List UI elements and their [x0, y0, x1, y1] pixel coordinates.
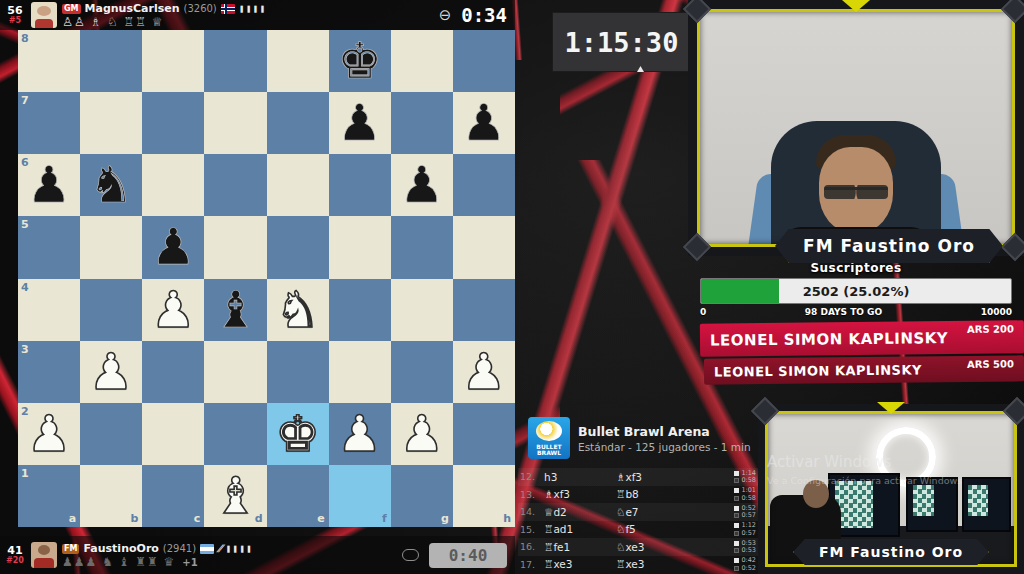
- white-square-icon: [734, 506, 739, 511]
- square-d1[interactable]: d♝: [204, 465, 266, 527]
- player-bar-top: 56 #5 GM MagnusCarlsen (3260) ❚❚❚❚ ♙♙ ♗ …: [0, 0, 515, 30]
- player-name[interactable]: FaustinoOro: [83, 542, 158, 555]
- piece-black-king[interactable]: ♚: [329, 30, 391, 92]
- subscriber-goal-max: 10000: [981, 307, 1012, 317]
- move-time-w: 1:12: [734, 522, 756, 529]
- square-e5[interactable]: [267, 216, 329, 278]
- captured-pieces: ♟♟♟ ♞ ♝ ♜♜ ♛: [62, 556, 175, 568]
- donation-amount: ARS 200: [967, 323, 1014, 334]
- move-number: 17.: [520, 559, 544, 570]
- move-number: 14.: [520, 506, 544, 517]
- logo-text: BULLET BRAWL: [528, 444, 570, 457]
- subscriber-goal-title: Suscriptores: [700, 261, 1012, 275]
- square-a2[interactable]: 2♟: [18, 403, 80, 465]
- black-square-icon: [734, 478, 739, 483]
- square-h2[interactable]: [453, 403, 515, 465]
- square-e3[interactable]: [267, 341, 329, 403]
- square-e6[interactable]: [267, 154, 329, 216]
- glasses: [824, 185, 888, 199]
- square-b2[interactable]: [80, 403, 142, 465]
- square-c2[interactable]: [142, 403, 204, 465]
- nameplate-text: FM Faustino Oro: [819, 544, 963, 560]
- donor-name: LEONEL SIMON KAPLINSKY: [710, 329, 948, 349]
- square-h8[interactable]: [453, 30, 515, 92]
- piece-black-pawn[interactable]: ♟: [18, 154, 80, 216]
- black-move: ♘f5: [616, 523, 688, 535]
- monitor: [906, 477, 958, 532]
- move-row[interactable]: 16.♖fe1♘xe30:530:53: [518, 538, 758, 556]
- piece-white-pawn[interactable]: ♟: [329, 403, 391, 465]
- square-d6[interactable]: [204, 154, 266, 216]
- square-d2[interactable]: [204, 403, 266, 465]
- nameplate-secondary: FM Faustino Oro: [793, 539, 989, 565]
- black-move: ♖xe3: [616, 558, 688, 570]
- file-label: a: [69, 513, 76, 524]
- piece-white-bishop[interactable]: ♝: [204, 465, 266, 527]
- arena-score-top: 56 #5: [4, 5, 26, 25]
- square-f5[interactable]: [329, 216, 391, 278]
- square-f7[interactable]: ♟: [329, 92, 391, 154]
- move-number: 16.: [520, 541, 544, 552]
- move-times: 0:520:57: [734, 505, 756, 519]
- square-b6[interactable]: ♞: [80, 154, 142, 216]
- square-h3[interactable]: ♟: [453, 341, 515, 403]
- nameplate-text: FM Faustino Oro: [803, 236, 975, 256]
- stream-timer: 1:15:30: [553, 13, 690, 71]
- move-row[interactable]: 15.♖ad1♘f51:120:57: [518, 521, 758, 539]
- clock-bottom: 0:40: [429, 543, 507, 568]
- square-c6[interactable]: [142, 154, 204, 216]
- white-square-icon: [734, 558, 739, 563]
- norway-flag-icon: [221, 4, 235, 14]
- monitor-chessboard: [968, 485, 988, 516]
- argentina-flag-icon: [200, 544, 214, 554]
- nameplate-main: FM Faustino Oro: [775, 229, 1003, 263]
- player-bar-bottom: 41 #20 FM FaustinoOro (2941) ⁄⁄ ❚❚❚❚ ♟♟♟…: [0, 536, 515, 574]
- file-label: b: [130, 513, 138, 524]
- rank-label: 7: [21, 95, 29, 106]
- white-square-icon: [734, 488, 739, 493]
- square-g3[interactable]: [391, 341, 453, 403]
- piece-white-pawn[interactable]: ♟: [391, 403, 453, 465]
- square-d5[interactable]: [204, 216, 266, 278]
- square-f8[interactable]: ♚: [329, 30, 391, 92]
- monitor-chessboard: [913, 485, 934, 516]
- square-a6[interactable]: 6♟: [18, 154, 80, 216]
- move-time-b: 0:58: [734, 477, 756, 484]
- black-move: ♗xf3: [616, 471, 688, 483]
- square-f1[interactable]: f: [329, 465, 391, 527]
- square-a3[interactable]: 3: [18, 341, 80, 403]
- title-badge: GM: [62, 4, 81, 14]
- cam-frame-triangle-icon: [877, 402, 905, 414]
- score-rank: #20: [4, 557, 26, 565]
- square-h7[interactable]: ♟: [453, 92, 515, 154]
- square-f2[interactable]: ♟: [329, 403, 391, 465]
- subscriber-goal-min: 0: [700, 307, 706, 317]
- white-square-icon: [734, 471, 739, 476]
- player-name[interactable]: MagnusCarlsen: [85, 2, 180, 15]
- square-c5[interactable]: ♟: [142, 216, 204, 278]
- webcam-main-video: [697, 9, 1015, 247]
- square-e7[interactable]: [267, 92, 329, 154]
- move-time-b: 0:58: [734, 495, 756, 502]
- square-h1[interactable]: h: [453, 465, 515, 527]
- avatar[interactable]: [31, 2, 57, 28]
- square-g6[interactable]: ♟: [391, 154, 453, 216]
- square-e2[interactable]: ♚: [267, 403, 329, 465]
- tournament-subtitle: Estándar - 125 jugadores - 1 min: [578, 441, 751, 453]
- piece-white-pawn[interactable]: ♟: [453, 341, 515, 403]
- white-move: ♗xf3: [544, 488, 616, 500]
- black-move: ♘e7: [616, 506, 688, 518]
- square-d7[interactable]: [204, 92, 266, 154]
- black-square-icon: [734, 566, 739, 571]
- square-c7[interactable]: [142, 92, 204, 154]
- donor-name: LEONEL SIMON KAPLINSKY: [714, 362, 922, 379]
- black-square-icon: [734, 548, 739, 553]
- donation-banner-1: LEONEL SIMON KAPLINSKY ARS 200: [700, 320, 1024, 356]
- white-move: h3: [544, 471, 616, 483]
- piece-white-knight[interactable]: ♞: [267, 279, 329, 341]
- move-row[interactable]: 14.♕d2♘e70:520:57: [518, 503, 758, 521]
- tournament-title[interactable]: Bullet Brawl Arena: [578, 424, 751, 439]
- black-square-icon: [734, 513, 739, 518]
- square-g5[interactable]: [391, 216, 453, 278]
- title-badge: FM: [62, 544, 79, 554]
- streak-bars-icon: ❚❚❚❚: [239, 5, 266, 13]
- monitor-chessboard: [835, 481, 872, 527]
- arena-score-bottom: 41 #20: [4, 545, 26, 565]
- material-advantage: +1: [182, 557, 197, 568]
- square-b5[interactable]: [80, 216, 142, 278]
- subscriber-progress-value: 2502 (25.02%): [701, 279, 1011, 303]
- player-head: [803, 480, 829, 508]
- black-move: ♘xe3: [616, 541, 688, 553]
- move-times: 1:140:58: [734, 470, 756, 484]
- square-d4[interactable]: ♝: [204, 279, 266, 341]
- move-time-b: 0:52: [734, 565, 756, 572]
- donation-banner-2: LEONEL SIMON KAPLINSKY ARS 500: [704, 355, 1024, 384]
- move-times: 0:420:52: [734, 557, 756, 571]
- player-rating: (2941): [163, 543, 196, 554]
- webcam-main: [688, 0, 1024, 256]
- subscriber-goal-days: 98 DAYS TO GO: [805, 307, 882, 317]
- move-times: 1:010:58: [734, 487, 756, 501]
- white-move: ♕d2: [544, 506, 616, 518]
- file-label: f: [382, 513, 387, 524]
- white-move: ♖fe1: [544, 541, 616, 553]
- square-g8[interactable]: [391, 30, 453, 92]
- move-time-b: 0:53: [734, 547, 756, 554]
- square-b4[interactable]: [80, 279, 142, 341]
- file-label: h: [503, 513, 511, 524]
- piece-black-pawn[interactable]: ♟: [391, 154, 453, 216]
- square-e8[interactable]: [267, 30, 329, 92]
- rank-label: 5: [21, 219, 29, 230]
- square-e1[interactable]: e: [267, 465, 329, 527]
- score-value: 56: [4, 5, 26, 16]
- tournament-header: BULLET BRAWL Bullet Brawl Arena Estándar…: [528, 412, 763, 464]
- file-label: e: [317, 513, 324, 524]
- piece-black-pawn[interactable]: ♟: [453, 92, 515, 154]
- square-c8[interactable]: [142, 30, 204, 92]
- square-c3[interactable]: [142, 341, 204, 403]
- slashes-icon: ⁄⁄: [218, 543, 221, 554]
- piece-black-pawn[interactable]: ♟: [329, 92, 391, 154]
- move-time-w: 0:42: [734, 557, 756, 564]
- rank-label: 8: [21, 33, 29, 44]
- white-move: ♖xe3: [544, 558, 616, 570]
- square-f3[interactable]: [329, 341, 391, 403]
- piece-white-pawn[interactable]: ♟: [142, 279, 204, 341]
- square-g7[interactable]: [391, 92, 453, 154]
- move-time-b: 0:57: [734, 530, 756, 537]
- square-c1[interactable]: c: [142, 465, 204, 527]
- move-times: 1:120:57: [734, 522, 756, 536]
- move-time-w: 1:01: [734, 487, 756, 494]
- square-b8[interactable]: [80, 30, 142, 92]
- piece-black-knight[interactable]: ♞: [80, 154, 142, 216]
- piece-black-bishop[interactable]: ♝: [204, 279, 266, 341]
- rank-label: 1: [21, 468, 29, 479]
- move-time-b: 0:57: [734, 512, 756, 519]
- captured-pieces: ♙♙ ♗ ♘ ♖♖ ♕: [62, 16, 164, 28]
- score-rank: #5: [4, 17, 26, 25]
- piece-white-pawn[interactable]: ♟: [18, 403, 80, 465]
- chess-board[interactable]: 8♚7♟♟6♟♞♟5♟4♟♝♞3♟♟2♟♚♟♟1abcd♝efgh: [18, 30, 515, 527]
- square-g1[interactable]: g: [391, 465, 453, 527]
- square-f4[interactable]: [329, 279, 391, 341]
- piece-black-pawn[interactable]: ♟: [142, 216, 204, 278]
- focus-minus-icon[interactable]: ⊖: [439, 8, 452, 23]
- move-number: 12.: [520, 471, 544, 482]
- clock-top: 0:34: [461, 4, 507, 26]
- move-list: 12.h3♗xf31:140:5813.♗xf3♖b81:010:5814.♕d…: [518, 468, 758, 573]
- subscriber-goal: Suscriptores 2502 (25.02%) 0 98 DAYS TO …: [700, 261, 1012, 317]
- white-move: ♖ad1: [544, 523, 616, 535]
- monitor: [962, 477, 1011, 532]
- square-g2[interactable]: ♟: [391, 403, 453, 465]
- square-h6[interactable]: [453, 154, 515, 216]
- square-a7[interactable]: 7: [18, 92, 80, 154]
- black-square-icon: [734, 496, 739, 501]
- rank-label: 3: [21, 344, 29, 355]
- donation-amount: ARS 500: [967, 358, 1014, 369]
- square-g4[interactable]: [391, 279, 453, 341]
- score-value: 41: [4, 545, 26, 556]
- player-rating: (3260): [184, 3, 217, 14]
- avatar[interactable]: [31, 542, 57, 568]
- streak-bars-icon: ❚❚❚❚: [225, 545, 252, 553]
- piece-white-pawn[interactable]: ♟: [80, 341, 142, 403]
- file-label: c: [194, 513, 201, 524]
- cam-frame-triangle-icon: [842, 0, 870, 12]
- square-d8[interactable]: [204, 30, 266, 92]
- square-a4[interactable]: 4: [18, 279, 80, 341]
- rank-label: 4: [21, 282, 29, 293]
- square-b1[interactable]: b: [80, 465, 142, 527]
- webcam-secondary: Activar Windows Ve a Configuración para …: [758, 404, 1024, 574]
- square-c4[interactable]: ♟: [142, 279, 204, 341]
- white-square-icon: [734, 523, 739, 528]
- square-d3[interactable]: [204, 341, 266, 403]
- square-e4[interactable]: ♞: [267, 279, 329, 341]
- status-icon: [402, 549, 419, 561]
- square-a5[interactable]: 5: [18, 216, 80, 278]
- square-a1[interactable]: 1a: [18, 465, 80, 527]
- move-row[interactable]: 17.♖xe3♖xe30:420:52: [518, 556, 758, 574]
- square-f6[interactable]: [329, 154, 391, 216]
- black-move: ♖b8: [616, 488, 688, 500]
- black-square-icon: [734, 531, 739, 536]
- square-b7[interactable]: [80, 92, 142, 154]
- bullet-brawl-logo-icon[interactable]: BULLET BRAWL: [528, 417, 570, 459]
- move-times: 0:530:53: [734, 540, 756, 554]
- move-number: 13.: [520, 489, 544, 500]
- move-row[interactable]: 12.h3♗xf31:140:58: [518, 468, 758, 486]
- move-row[interactable]: 13.♗xf3♖b81:010:58: [518, 486, 758, 504]
- white-square-icon: [734, 541, 739, 546]
- file-label: g: [441, 513, 449, 524]
- piece-white-king[interactable]: ♚: [267, 403, 329, 465]
- square-h4[interactable]: [453, 279, 515, 341]
- square-a8[interactable]: 8: [18, 30, 80, 92]
- stream-timer-value: 1:15:30: [565, 27, 679, 58]
- move-number: 15.: [520, 524, 544, 535]
- square-h5[interactable]: [453, 216, 515, 278]
- subscriber-progress-bar: 2502 (25.02%): [700, 278, 1012, 304]
- square-b3[interactable]: ♟: [80, 341, 142, 403]
